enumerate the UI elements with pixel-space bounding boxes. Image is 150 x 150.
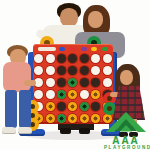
empty-hole — [34, 66, 43, 75]
cell-c1[interactable] — [56, 112, 67, 124]
rail-sticker — [81, 47, 87, 51]
cell-g4[interactable] — [102, 77, 113, 89]
cell-d4[interactable] — [67, 77, 78, 89]
yellow-disc — [80, 114, 89, 123]
cell-f1[interactable] — [90, 112, 101, 124]
empty-hole — [103, 78, 112, 87]
rail-label-sticker — [38, 47, 56, 51]
green-disc — [68, 78, 77, 87]
empty-hole — [103, 54, 112, 63]
empty-hole — [57, 78, 66, 87]
cell-b3[interactable] — [44, 88, 55, 100]
yellow-disc — [46, 114, 55, 123]
yellow-disc — [68, 114, 77, 123]
cell-b5[interactable] — [44, 65, 55, 77]
board-grid — [33, 53, 113, 124]
cell-e2[interactable] — [79, 100, 90, 112]
empty-hole — [57, 66, 66, 75]
cell-b4[interactable] — [44, 77, 55, 89]
cell-e4[interactable] — [79, 77, 90, 89]
cell-f4[interactable] — [90, 77, 101, 89]
cell-a3[interactable] — [33, 88, 44, 100]
cell-c3[interactable] — [56, 88, 67, 100]
empty-hole — [57, 54, 66, 63]
brand-name: AAA — [104, 136, 148, 145]
cell-d3[interactable] — [67, 88, 78, 100]
cell-b6[interactable] — [44, 53, 55, 65]
rail-sticker — [70, 47, 76, 51]
yellow-disc — [68, 90, 77, 99]
pine-tree-icon — [106, 112, 146, 132]
girl-face — [120, 70, 133, 85]
cell-e3[interactable] — [79, 88, 90, 100]
empty-hole — [68, 54, 77, 63]
cell-d2[interactable] — [67, 100, 78, 112]
cell-f2[interactable] — [90, 100, 101, 112]
empty-hole — [91, 102, 100, 111]
connect-four-board — [33, 44, 113, 124]
rail-sticker — [91, 47, 97, 51]
cell-g6[interactable] — [102, 53, 113, 65]
product-photo: AAA PLAYGROUND — [0, 0, 150, 150]
green-disc — [57, 90, 66, 99]
empty-hole — [34, 90, 43, 99]
empty-hole — [34, 54, 43, 63]
cell-a6[interactable] — [33, 53, 44, 65]
yellow-disc — [91, 114, 100, 123]
top-rail — [33, 44, 113, 53]
yellow-disc — [91, 90, 100, 99]
brand-logo: AAA PLAYGROUND — [104, 112, 148, 150]
rail-sticker — [102, 47, 108, 51]
cell-d1[interactable] — [67, 112, 78, 124]
empty-hole — [91, 78, 100, 87]
cell-f6[interactable] — [90, 53, 101, 65]
empty-hole — [68, 66, 77, 75]
empty-hole — [46, 90, 55, 99]
brand-tagline: PLAYGROUND — [104, 145, 148, 150]
cell-b2[interactable] — [44, 100, 55, 112]
empty-hole — [46, 54, 55, 63]
empty-hole — [57, 102, 66, 111]
boy-shoe — [2, 127, 16, 133]
empty-hole — [80, 90, 89, 99]
boy-torso — [3, 62, 31, 92]
cell-f5[interactable] — [90, 65, 101, 77]
empty-hole — [103, 66, 112, 75]
empty-hole — [46, 78, 55, 87]
cell-c6[interactable] — [56, 53, 67, 65]
cell-d6[interactable] — [67, 53, 78, 65]
cell-g5[interactable] — [102, 65, 113, 77]
empty-hole — [80, 66, 89, 75]
empty-hole — [91, 66, 100, 75]
cell-c2[interactable] — [56, 100, 67, 112]
cell-e6[interactable] — [79, 53, 90, 65]
cell-c4[interactable] — [56, 77, 67, 89]
yellow-disc — [68, 102, 77, 111]
empty-hole — [46, 66, 55, 75]
green-disc — [57, 114, 66, 123]
green-disc — [80, 102, 89, 111]
cell-f3[interactable] — [90, 88, 101, 100]
cell-e1[interactable] — [79, 112, 90, 124]
boy-leg — [19, 90, 31, 128]
empty-hole — [80, 54, 89, 63]
cell-b1[interactable] — [44, 112, 55, 124]
boy-shoe — [18, 127, 32, 133]
cell-a5[interactable] — [33, 65, 44, 77]
boy-arm — [24, 80, 36, 86]
empty-hole — [80, 78, 89, 87]
rail-sticker — [59, 47, 65, 51]
cell-d5[interactable] — [67, 65, 78, 77]
boy-leg — [5, 90, 17, 128]
yellow-disc — [46, 102, 55, 111]
empty-hole — [91, 54, 100, 63]
cell-c5[interactable] — [56, 65, 67, 77]
cell-e5[interactable] — [79, 65, 90, 77]
woman-face — [88, 11, 103, 28]
